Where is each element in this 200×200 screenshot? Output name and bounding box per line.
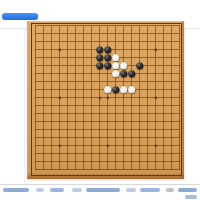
black-stone[interactable]: [120, 70, 128, 78]
status-text-smudge[interactable]: [178, 188, 197, 192]
black-stone[interactable]: [112, 86, 120, 94]
black-stone[interactable]: [96, 46, 104, 54]
screen: [0, 0, 200, 200]
status-bar: [0, 185, 200, 200]
black-stone[interactable]: [136, 62, 144, 70]
white-stone[interactable]: [112, 70, 120, 78]
white-stone[interactable]: [128, 86, 136, 94]
star-point: [154, 48, 157, 51]
black-stone[interactable]: [96, 62, 104, 70]
status-text-smudge[interactable]: [140, 188, 160, 192]
status-text-smudge: [166, 188, 174, 192]
star-point: [106, 144, 109, 147]
white-stone[interactable]: [120, 62, 128, 70]
board-marker-dot: [98, 96, 101, 99]
page-gutter-right: [185, 29, 186, 183]
tab-highlight-bar[interactable]: [2, 13, 38, 20]
black-stone[interactable]: [104, 62, 112, 70]
status-text-smudge[interactable]: [185, 195, 197, 199]
white-stone[interactable]: [112, 62, 120, 70]
status-text-smudge[interactable]: [50, 188, 64, 192]
page-gutter-left: [24, 29, 25, 183]
black-stone[interactable]: [128, 70, 136, 78]
star-point: [106, 96, 109, 99]
black-stone[interactable]: [104, 54, 112, 62]
black-stone[interactable]: [96, 54, 104, 62]
white-stone[interactable]: [120, 86, 128, 94]
black-stone[interactable]: [104, 46, 112, 54]
white-stone[interactable]: [104, 86, 112, 94]
board-grid[interactable]: [35, 25, 180, 170]
star-point: [58, 96, 61, 99]
status-text-smudge[interactable]: [3, 188, 29, 192]
star-point: [154, 96, 157, 99]
status-text-smudge[interactable]: [72, 188, 82, 192]
status-text-smudge[interactable]: [126, 188, 136, 192]
go-board[interactable]: [27, 21, 184, 179]
star-point: [58, 48, 61, 51]
status-text-smudge[interactable]: [86, 188, 120, 192]
status-text-smudge[interactable]: [36, 188, 44, 192]
star-point: [58, 144, 61, 147]
star-point: [154, 144, 157, 147]
white-stone[interactable]: [112, 54, 120, 62]
